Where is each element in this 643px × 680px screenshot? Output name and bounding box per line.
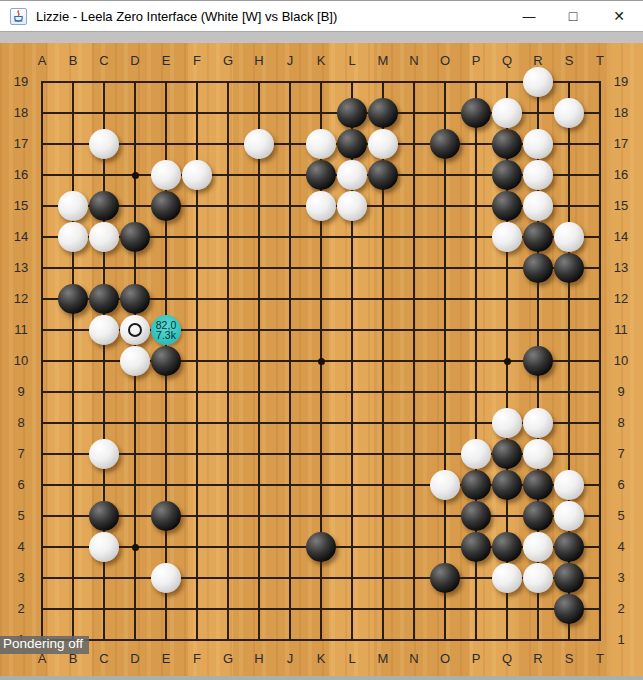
coord-label: 1 <box>608 631 634 649</box>
stone-white-Q3 <box>492 563 522 593</box>
stone-black-E10 <box>151 346 181 376</box>
coord-label: 5 <box>608 507 634 525</box>
coord-label: 18 <box>8 104 34 122</box>
stone-black-Q17 <box>492 129 522 159</box>
stone-black-Q4 <box>492 532 522 562</box>
stone-black-Q6 <box>492 470 522 500</box>
stone-white-C11 <box>89 315 119 345</box>
grid-line-vertical <box>599 81 601 641</box>
coord-label: E <box>153 52 179 70</box>
coord-label: K <box>308 52 334 70</box>
coord-label: 9 <box>608 383 634 401</box>
coord-label: B <box>60 52 86 70</box>
coord-label: 6 <box>8 476 34 494</box>
stone-white-D10 <box>120 346 150 376</box>
coord-label: P <box>463 650 489 668</box>
stone-white-R17 <box>523 129 553 159</box>
stone-white-O6 <box>430 470 460 500</box>
stone-white-H17 <box>244 129 274 159</box>
coord-label: 10 <box>8 352 34 370</box>
stone-white-R4 <box>523 532 553 562</box>
coord-label: 16 <box>8 166 34 184</box>
stone-black-P4 <box>461 532 491 562</box>
star-point <box>504 358 511 365</box>
coord-label: 19 <box>8 73 34 91</box>
coord-label: 7 <box>608 445 634 463</box>
stone-white-S6 <box>554 470 584 500</box>
stone-white-R3 <box>523 563 553 593</box>
board-layer: AABBCCDDEEFFGGHHJJKKLLMMNNOOPPQQRRSSTT19… <box>0 0 643 680</box>
stone-white-S14 <box>554 222 584 252</box>
stone-white-Q18 <box>492 98 522 128</box>
coord-label: T <box>587 52 613 70</box>
stone-white-R8 <box>523 408 553 438</box>
stone-black-L18 <box>337 98 367 128</box>
coord-label: H <box>246 52 272 70</box>
coord-label: 12 <box>608 290 634 308</box>
last-move-marker <box>128 323 142 337</box>
coord-label: 10 <box>608 352 634 370</box>
coord-label: S <box>556 650 582 668</box>
coord-label: D <box>122 52 148 70</box>
star-point <box>318 358 325 365</box>
stone-white-L16 <box>337 160 367 190</box>
stone-white-K15 <box>306 191 336 221</box>
stone-black-S2 <box>554 594 584 624</box>
coord-label: 5 <box>8 507 34 525</box>
stone-black-O17 <box>430 129 460 159</box>
coord-label: G <box>215 650 241 668</box>
stone-black-R6 <box>523 470 553 500</box>
stone-white-C14 <box>89 222 119 252</box>
grid-line-horizontal <box>41 391 601 393</box>
coord-label: 9 <box>8 383 34 401</box>
coord-label: K <box>308 650 334 668</box>
star-point <box>132 544 139 551</box>
coord-label: 13 <box>8 259 34 277</box>
grid-line-horizontal <box>41 515 601 517</box>
coord-label: 8 <box>608 414 634 432</box>
stone-black-C12 <box>89 284 119 314</box>
coord-label: 13 <box>608 259 634 277</box>
coord-label: 17 <box>608 135 634 153</box>
coord-label: N <box>401 52 427 70</box>
coord-label: A <box>29 52 55 70</box>
coord-label: 15 <box>608 197 634 215</box>
stone-black-E5 <box>151 501 181 531</box>
stone-white-Q8 <box>492 408 522 438</box>
grid-line-vertical <box>444 81 446 641</box>
stone-white-B15 <box>58 191 88 221</box>
coord-label: N <box>401 650 427 668</box>
coord-label: S <box>556 52 582 70</box>
coord-label: 18 <box>608 104 634 122</box>
stone-black-P18 <box>461 98 491 128</box>
stone-black-R10 <box>523 346 553 376</box>
coord-label: J <box>277 52 303 70</box>
stone-white-R16 <box>523 160 553 190</box>
stone-white-S5 <box>554 501 584 531</box>
stone-black-K16 <box>306 160 336 190</box>
coord-label: 11 <box>608 321 634 339</box>
stone-white-L15 <box>337 191 367 221</box>
coord-label: 14 <box>8 228 34 246</box>
lizzie-window: { "window": { "title": "Lizzie - Leela Z… <box>0 0 643 680</box>
stone-black-R13 <box>523 253 553 283</box>
stone-black-P5 <box>461 501 491 531</box>
coord-label: M <box>370 650 396 668</box>
stone-black-D12 <box>120 284 150 314</box>
coord-label: H <box>246 650 272 668</box>
window-bottom-edge <box>0 676 643 680</box>
stone-white-C4 <box>89 532 119 562</box>
stone-white-K17 <box>306 129 336 159</box>
stone-black-R5 <box>523 501 553 531</box>
coord-label: C <box>91 52 117 70</box>
coord-label: O <box>432 650 458 668</box>
stone-white-E16 <box>151 160 181 190</box>
coord-label: L <box>339 52 365 70</box>
coord-label: 6 <box>608 476 634 494</box>
coord-label: 16 <box>608 166 634 184</box>
coord-label: 3 <box>8 569 34 587</box>
grid-line-horizontal <box>41 608 601 610</box>
coord-label: M <box>370 52 396 70</box>
coord-label: 11 <box>8 321 34 339</box>
stone-white-R7 <box>523 439 553 469</box>
coord-label: Q <box>494 52 520 70</box>
coord-label: 14 <box>608 228 634 246</box>
coord-label: 12 <box>8 290 34 308</box>
coord-label: 8 <box>8 414 34 432</box>
coord-label: 2 <box>8 600 34 618</box>
suggestion-E11[interactable]: 82,07.3k <box>151 315 181 345</box>
stone-black-M18 <box>368 98 398 128</box>
coord-label: 17 <box>8 135 34 153</box>
stone-black-C15 <box>89 191 119 221</box>
coord-label: 19 <box>608 73 634 91</box>
coord-label: D <box>122 650 148 668</box>
coord-label: P <box>463 52 489 70</box>
suggestion-visits: 7.3k <box>156 330 176 340</box>
coord-label: J <box>277 650 303 668</box>
stone-black-Q16 <box>492 160 522 190</box>
stone-white-C17 <box>89 129 119 159</box>
stone-black-S4 <box>554 532 584 562</box>
coord-label: 3 <box>608 569 634 587</box>
grid-line-vertical <box>413 81 415 641</box>
pondering-status: Pondering off <box>0 636 89 654</box>
coord-label: T <box>587 650 613 668</box>
stone-white-C7 <box>89 439 119 469</box>
stone-black-D14 <box>120 222 150 252</box>
coord-label: F <box>184 650 210 668</box>
stone-white-R19 <box>523 67 553 97</box>
coord-label: 4 <box>8 538 34 556</box>
coord-label: O <box>432 52 458 70</box>
stone-white-M17 <box>368 129 398 159</box>
coord-label: F <box>184 52 210 70</box>
stone-black-K4 <box>306 532 336 562</box>
stone-white-B14 <box>58 222 88 252</box>
coord-label: Q <box>494 650 520 668</box>
stone-black-R14 <box>523 222 553 252</box>
stone-white-P7 <box>461 439 491 469</box>
stone-white-E3 <box>151 563 181 593</box>
stone-black-C5 <box>89 501 119 531</box>
coord-label: E <box>153 650 179 668</box>
stone-white-F16 <box>182 160 212 190</box>
coord-label: 2 <box>608 600 634 618</box>
stone-white-Q14 <box>492 222 522 252</box>
stone-black-Q7 <box>492 439 522 469</box>
stone-white-R15 <box>523 191 553 221</box>
stone-white-S18 <box>554 98 584 128</box>
star-point <box>132 172 139 179</box>
coord-label: 7 <box>8 445 34 463</box>
stone-black-E15 <box>151 191 181 221</box>
stone-black-O3 <box>430 563 460 593</box>
coord-label: L <box>339 650 365 668</box>
stone-black-L17 <box>337 129 367 159</box>
coord-label: 15 <box>8 197 34 215</box>
coord-label: R <box>525 650 551 668</box>
stone-black-P6 <box>461 470 491 500</box>
grid-line-horizontal <box>41 639 601 641</box>
stone-black-S13 <box>554 253 584 283</box>
coord-label: 4 <box>608 538 634 556</box>
stone-black-Q15 <box>492 191 522 221</box>
stone-black-M16 <box>368 160 398 190</box>
coord-label: C <box>91 650 117 668</box>
coord-label: G <box>215 52 241 70</box>
stone-black-S3 <box>554 563 584 593</box>
stone-black-B12 <box>58 284 88 314</box>
